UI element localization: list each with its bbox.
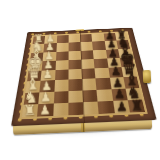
square-c2[interactable]: [40, 80, 55, 92]
square-b3[interactable]: [53, 91, 68, 104]
back-hinge: [76, 29, 85, 31]
chess-set-photo: ♜♟♟♜♞♟♟♞♝♟♟♝♚♟♟♚♛♟♟♛♝♟♟♝♞♟♟♞♜♟♟♜: [0, 0, 160, 160]
square-a5[interactable]: [83, 101, 99, 114]
square-c4[interactable]: [68, 79, 82, 91]
square-c6[interactable]: [96, 78, 111, 90]
square-c5[interactable]: [82, 79, 97, 91]
square-c1[interactable]: [25, 81, 40, 93]
square-a3[interactable]: [53, 103, 68, 117]
square-b5[interactable]: [82, 89, 97, 101]
square-c3[interactable]: [54, 80, 68, 92]
square-a1[interactable]: [22, 104, 39, 118]
square-d4[interactable]: [68, 69, 82, 80]
perspective-tilt-wrapper: ♜♟♟♜♞♟♟♞♝♟♟♝♚♟♟♚♛♟♟♛♝♟♟♝♞♟♟♞♜♟♟♜: [0, 0, 160, 160]
chess-board: ♜♟♟♜♞♟♟♞♝♟♟♝♚♟♟♚♛♟♟♛♝♟♟♝♞♟♟♞♜♟♟♜: [11, 28, 157, 127]
clasp: [143, 70, 152, 83]
square-d8[interactable]: [121, 67, 137, 78]
square-b2[interactable]: [39, 91, 54, 104]
square-a2[interactable]: [37, 103, 53, 117]
square-c8[interactable]: [123, 77, 139, 89]
square-a8[interactable]: [127, 99, 145, 112]
square-b8[interactable]: [125, 88, 142, 100]
square-d5[interactable]: [82, 68, 96, 79]
square-b4[interactable]: [68, 90, 83, 102]
square-b1[interactable]: [24, 92, 40, 105]
square-a4[interactable]: [68, 102, 83, 116]
square-b6[interactable]: [97, 89, 113, 101]
